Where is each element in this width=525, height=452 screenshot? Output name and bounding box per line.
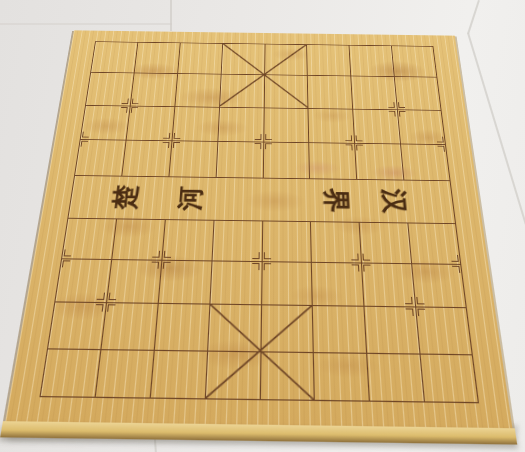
grid-cell xyxy=(80,105,130,140)
grid-cell xyxy=(361,263,415,307)
grid-cell xyxy=(94,349,153,399)
grid-cell xyxy=(157,260,211,304)
grid-cell xyxy=(90,41,137,72)
grid-cell xyxy=(260,305,313,352)
grid-cell xyxy=(311,262,363,306)
grid-cell xyxy=(261,220,311,262)
grid-cell xyxy=(61,218,116,260)
grid-cell xyxy=(415,307,472,354)
grid-cell xyxy=(352,108,400,143)
grid-cell xyxy=(400,143,450,180)
grid-cell xyxy=(161,219,213,261)
grid-cell xyxy=(211,220,262,262)
grid-cell xyxy=(204,350,260,400)
grid-cell xyxy=(262,178,311,221)
grid-cell xyxy=(177,42,222,73)
grid-cell xyxy=(394,76,442,109)
grid-cell xyxy=(168,140,217,177)
grid-cell xyxy=(39,348,100,398)
grid-cell xyxy=(154,303,209,350)
grid-cell xyxy=(403,180,455,223)
grid-cell xyxy=(134,42,180,73)
grid-cell xyxy=(310,221,361,263)
grid-cell xyxy=(307,75,352,108)
grid-cell xyxy=(207,304,261,351)
grid-cell xyxy=(47,302,106,349)
grid-cell xyxy=(149,349,206,399)
grid-cell xyxy=(174,73,220,106)
grid-cell xyxy=(74,139,125,176)
grid-cell xyxy=(366,352,424,402)
grid-cell xyxy=(215,141,263,178)
grid-cell xyxy=(309,142,357,179)
grid-cell xyxy=(354,143,403,180)
grid-cell xyxy=(220,43,264,75)
grid-cell xyxy=(130,73,177,106)
grid-cell xyxy=(309,179,358,222)
grid-cell xyxy=(262,142,309,179)
grid-cell xyxy=(359,222,411,264)
grid-cell xyxy=(312,305,366,352)
grid-cell xyxy=(219,74,264,107)
grid-cell xyxy=(116,176,168,219)
grid-cell xyxy=(259,351,314,401)
grid-cell xyxy=(263,107,309,142)
grid-cell xyxy=(85,72,133,105)
grid-cell xyxy=(419,353,479,403)
grid-cell xyxy=(100,303,157,350)
grid-cell xyxy=(213,177,262,220)
grid-cell xyxy=(349,45,394,77)
board-grid[interactable] xyxy=(39,41,479,403)
grid-cell xyxy=(121,140,171,177)
board-wood-surface: 楚 河 界 汉 xyxy=(5,30,512,428)
xiangqi-board: 楚 河 界 汉 xyxy=(45,0,480,411)
grid-cell xyxy=(351,76,397,109)
grid-cell xyxy=(261,261,313,305)
grid-cell xyxy=(364,306,420,353)
grid-cell xyxy=(397,109,446,144)
grid-cell xyxy=(111,218,164,260)
grid-cell xyxy=(209,260,261,304)
grid-cell xyxy=(165,177,216,220)
grid-cell xyxy=(217,107,263,142)
grid-cell xyxy=(54,258,111,302)
grid-cell xyxy=(407,222,461,264)
grid-cell xyxy=(68,175,122,218)
grid-cell xyxy=(263,75,308,108)
grid-cell xyxy=(306,44,350,76)
grid-cell xyxy=(313,352,369,402)
grid-cell xyxy=(171,106,218,141)
grid-cell xyxy=(308,108,354,143)
grid-cell xyxy=(411,263,467,307)
grid-cell xyxy=(106,259,161,303)
grid-cell xyxy=(126,105,175,140)
grid-cell xyxy=(391,45,437,77)
grid-cell xyxy=(264,44,307,76)
grid-cell xyxy=(356,179,407,222)
floor: 楚 河 界 汉 xyxy=(0,0,525,452)
